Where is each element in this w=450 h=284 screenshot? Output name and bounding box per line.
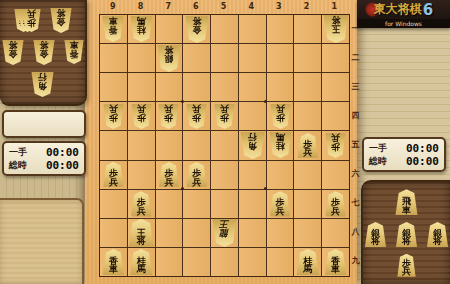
square-2-4[interactable] [294, 102, 321, 130]
shogi-piece-gote-silver[interactable]: 銀将 [157, 45, 181, 72]
file-label-9: 9 [99, 2, 127, 12]
square-1-8[interactable] [322, 219, 349, 247]
square-8-6[interactable] [128, 161, 155, 189]
square-9-6[interactable]: 歩兵 [100, 161, 127, 189]
shogi-piece-sente-pawn[interactable]: 歩兵 [397, 254, 416, 277]
square-8-3[interactable] [128, 73, 155, 101]
file-label-6: 6 [182, 2, 210, 12]
shogi-piece-sente-lance[interactable]: 香車 [102, 249, 124, 275]
file-label-1: 1 [320, 2, 348, 12]
sente-hand: 飛車銀将銀将銀将歩兵 [363, 182, 450, 284]
hoshi-dot [264, 187, 267, 190]
square-3-3[interactable] [267, 73, 294, 101]
sente-captured-tray[interactable]: 飛車銀将銀将銀将歩兵 [361, 180, 450, 284]
shogi-piece-gote-pawn[interactable]: 歩兵 [325, 133, 346, 158]
file-label-2: 2 [293, 2, 321, 12]
hand-row: 歩兵 [365, 254, 448, 277]
shogi-piece-gote-promoted-rook[interactable]: 龍王 [212, 219, 237, 247]
shogi-piece-gote-knight[interactable]: 桂馬 [269, 132, 292, 158]
square-4-6[interactable] [239, 161, 266, 189]
square-2-8[interactable] [294, 219, 321, 247]
piece-stack-x3[interactable]: 歩兵歩兵歩兵 [14, 9, 41, 32]
square-3-7[interactable]: 歩兵 [267, 190, 294, 218]
shogi-piece-sente-king[interactable]: 王将 [128, 219, 154, 247]
hand-row: 角行 [2, 72, 83, 97]
file-label-4: 4 [237, 2, 265, 12]
shogi-piece-gote-pawn[interactable]: 歩兵 [131, 104, 152, 129]
square-7-1[interactable] [156, 15, 183, 43]
shogi-piece-gote-pawn[interactable]: 歩兵 [214, 104, 235, 129]
rank-labels: 一二三四五六七八九 [351, 14, 360, 275]
sente-total-time-value: 00:00 [406, 155, 439, 168]
square-2-9[interactable]: 桂馬 [294, 248, 321, 276]
square-3-4[interactable]: 歩兵 [267, 102, 294, 130]
square-7-8[interactable] [156, 219, 183, 247]
shogi-piece-gote-lance[interactable]: 香車 [64, 40, 84, 64]
app-logo: 東大将棋 6 for Windows [357, 0, 450, 28]
square-1-9[interactable]: 香車 [322, 248, 349, 276]
hoshi-dot [181, 187, 184, 190]
gote-total-time-value: 00:00 [46, 159, 79, 172]
square-6-2[interactable] [183, 44, 210, 72]
shogi-piece-sente-pawn[interactable]: 歩兵 [270, 191, 291, 216]
rank-label-2: 二 [351, 43, 360, 72]
square-1-2[interactable] [322, 44, 349, 72]
shogi-piece-sente-silver[interactable]: 銀将 [365, 222, 387, 247]
square-3-6[interactable] [267, 161, 294, 189]
square-1-7[interactable]: 歩兵 [322, 190, 349, 218]
square-4-2[interactable] [239, 44, 266, 72]
square-8-8[interactable]: 王将 [128, 219, 155, 247]
square-1-3[interactable] [322, 73, 349, 101]
square-5-7[interactable] [211, 190, 238, 218]
empty-wood-panel [0, 198, 84, 284]
shogi-piece-gote-gold[interactable]: 金将 [2, 40, 24, 65]
shogi-piece-gote-gold[interactable]: 金将 [50, 8, 72, 33]
gote-total-time-label: 総時 [9, 159, 27, 172]
square-8-9[interactable]: 桂馬 [128, 248, 155, 276]
logo-title: 東大将棋 [374, 1, 422, 18]
square-3-1[interactable] [267, 15, 294, 43]
gote-clock: 一手 00:00 総時 00:00 [2, 141, 86, 176]
shogi-piece-sente-pawn[interactable]: 歩兵 [297, 133, 318, 158]
square-4-7[interactable] [239, 190, 266, 218]
sente-total-time-label: 総時 [369, 155, 387, 168]
square-5-2[interactable] [211, 44, 238, 72]
rank-label-9: 九 [351, 246, 360, 275]
file-label-8: 8 [127, 2, 155, 12]
square-1-4[interactable] [322, 102, 349, 130]
square-4-9[interactable] [239, 248, 266, 276]
shogi-piece-gote-bishop[interactable]: 角行 [240, 132, 265, 159]
square-6-4[interactable]: 歩兵 [183, 102, 210, 130]
sente-move-time-label: 一手 [369, 142, 387, 155]
square-5-5[interactable] [211, 131, 238, 159]
square-2-7[interactable] [294, 190, 321, 218]
square-3-2[interactable] [267, 44, 294, 72]
logo-subtitle: for Windows [357, 19, 450, 28]
shogi-piece-sente-pawn[interactable]: 歩兵 [103, 162, 124, 187]
file-label-7: 7 [154, 2, 182, 12]
file-labels: 987654321 [99, 2, 348, 12]
gote-hand: 歩兵歩兵歩兵金将金将金将香車角行 [0, 0, 85, 104]
square-7-5[interactable] [156, 131, 183, 159]
shogi-piece-sente-rook[interactable]: 飛車 [395, 189, 418, 215]
hand-row: 金将金将香車 [2, 40, 83, 65]
square-2-2[interactable] [294, 44, 321, 72]
square-6-9[interactable] [183, 248, 210, 276]
square-9-2[interactable] [100, 44, 127, 72]
square-8-4[interactable]: 歩兵 [128, 102, 155, 130]
square-6-8[interactable] [183, 219, 210, 247]
shogi-piece-sente-lance[interactable]: 香車 [325, 249, 347, 275]
square-5-6[interactable] [211, 161, 238, 189]
rank-label-6: 六 [351, 159, 360, 188]
square-3-9[interactable] [267, 248, 294, 276]
shogi-piece-gote-lance[interactable]: 香車 [102, 16, 124, 42]
gote-move-time-label: 一手 [9, 146, 27, 159]
shogi-piece-sente-pawn[interactable]: 歩兵 [131, 191, 152, 216]
shogi-piece-gote-knight[interactable]: 桂馬 [130, 16, 153, 42]
square-9-7[interactable] [100, 190, 127, 218]
square-4-3[interactable] [239, 73, 266, 101]
shogi-piece-sente-knight[interactable]: 桂馬 [296, 249, 319, 275]
shogi-piece-gote-pawn[interactable]: 歩兵 [103, 104, 124, 129]
shogi-piece-gote-gold[interactable]: 金将 [33, 40, 55, 65]
rank-label-4: 四 [351, 101, 360, 130]
shogi-piece-sente-pawn[interactable]: 歩兵 [158, 162, 179, 187]
square-5-4[interactable]: 歩兵 [211, 102, 238, 130]
shogi-piece-sente-pawn[interactable]: 歩兵 [186, 162, 207, 187]
shogi-piece-gote-gold[interactable]: 金将 [185, 16, 209, 43]
rank-label-7: 七 [351, 188, 360, 217]
square-9-3[interactable] [100, 73, 127, 101]
square-8-7[interactable]: 歩兵 [128, 190, 155, 218]
square-9-4[interactable]: 歩兵 [100, 102, 127, 130]
square-4-8[interactable] [239, 219, 266, 247]
square-2-5[interactable]: 歩兵 [294, 131, 321, 159]
square-3-5[interactable]: 桂馬 [267, 131, 294, 159]
square-5-9[interactable] [211, 248, 238, 276]
rank-label-8: 八 [351, 217, 360, 246]
hand-row: 銀将銀将銀将 [365, 222, 448, 247]
square-8-1[interactable]: 桂馬 [128, 15, 155, 43]
square-8-2[interactable] [128, 44, 155, 72]
square-9-5[interactable] [100, 131, 127, 159]
square-2-3[interactable] [294, 73, 321, 101]
shogi-piece-sente-silver[interactable]: 銀将 [427, 222, 449, 247]
square-5-3[interactable] [211, 73, 238, 101]
shogi-piece-sente-pawn[interactable]: 歩兵 [325, 191, 346, 216]
shogi-piece-gote-bishop[interactable]: 角行 [31, 72, 54, 97]
square-9-8[interactable] [100, 219, 127, 247]
sente-move-time-value: 00:00 [406, 142, 439, 155]
sente-clock: 一手 00:00 総時 00:00 [362, 137, 446, 172]
board-grid: 香車桂馬金将玉将銀将歩兵歩兵歩兵歩兵歩兵歩兵角行桂馬歩兵歩兵歩兵歩兵歩兵歩兵歩兵… [99, 14, 350, 277]
square-6-6[interactable]: 歩兵 [183, 161, 210, 189]
square-9-9[interactable]: 香車 [100, 248, 127, 276]
rank-label-3: 三 [351, 72, 360, 101]
square-9-1[interactable]: 香車 [100, 15, 127, 43]
square-1-6[interactable] [322, 161, 349, 189]
square-7-2[interactable]: 銀将 [156, 44, 183, 72]
square-1-1[interactable]: 玉将 [322, 15, 349, 43]
rank-label-5: 五 [351, 130, 360, 159]
shogi-board: 987654321 一二三四五六七八九 香車桂馬金将玉将銀将歩兵歩兵歩兵歩兵歩兵… [85, 0, 357, 284]
file-label-5: 5 [210, 2, 238, 12]
square-8-5[interactable] [128, 131, 155, 159]
square-7-7[interactable] [156, 190, 183, 218]
square-5-8[interactable]: 龍王 [211, 219, 238, 247]
shogi-piece-gote-pawn[interactable]: 歩兵 [158, 104, 179, 129]
square-6-1[interactable]: 金将 [183, 15, 210, 43]
shogi-piece-gote-pawn[interactable]: 歩兵 [270, 104, 291, 129]
shogi-piece-gote-pawn[interactable]: 歩兵 [186, 104, 207, 129]
square-6-3[interactable] [183, 73, 210, 101]
square-7-4[interactable]: 歩兵 [156, 102, 183, 130]
square-2-6[interactable] [294, 161, 321, 189]
gote-move-time-value: 00:00 [46, 146, 79, 159]
shogi-piece-sente-knight[interactable]: 桂馬 [130, 249, 153, 275]
shogi-piece-gote-king[interactable]: 玉将 [323, 15, 349, 43]
square-3-8[interactable] [267, 219, 294, 247]
square-4-1[interactable] [239, 15, 266, 43]
square-7-3[interactable] [156, 73, 183, 101]
square-6-7[interactable] [183, 190, 210, 218]
hoshi-dot [181, 100, 184, 103]
hand-row: 歩兵歩兵歩兵金将 [2, 8, 83, 33]
shogi-piece-sente-silver[interactable]: 銀将 [396, 222, 418, 247]
square-1-5[interactable]: 歩兵 [322, 131, 349, 159]
hand-row: 飛車 [365, 189, 448, 215]
square-2-1[interactable] [294, 15, 321, 43]
square-5-1[interactable] [211, 15, 238, 43]
square-7-9[interactable] [156, 248, 183, 276]
square-6-5[interactable] [183, 131, 210, 159]
hoshi-dot [264, 100, 267, 103]
square-4-4[interactable] [239, 102, 266, 130]
file-label-3: 3 [265, 2, 293, 12]
gote-info-panel [2, 110, 86, 138]
logo-number: 6 [423, 1, 433, 19]
square-7-6[interactable]: 歩兵 [156, 161, 183, 189]
gote-captured-tray[interactable]: 歩兵歩兵歩兵金将金将金将香車角行 [0, 0, 87, 106]
square-4-5[interactable]: 角行 [239, 131, 266, 159]
